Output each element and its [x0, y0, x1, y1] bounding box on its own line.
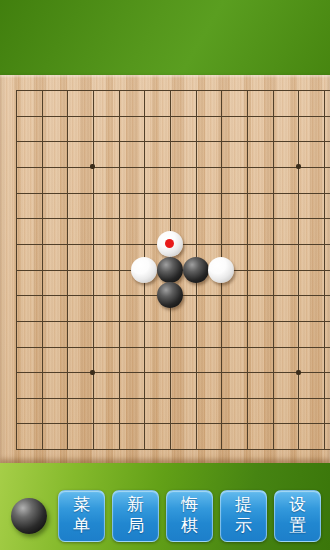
- menu-button-label: 菜单: [72, 495, 91, 536]
- grid-line: [16, 347, 330, 348]
- new-game-button-label: 新局: [126, 495, 145, 536]
- menu-button[interactable]: 菜单: [58, 490, 105, 542]
- grid-line: [16, 321, 330, 322]
- grid-line: [16, 141, 330, 142]
- grid-line: [16, 423, 330, 424]
- stone-white: [131, 257, 157, 283]
- last-move-marker: [165, 239, 174, 248]
- grid-line: [16, 218, 330, 219]
- star-point: [90, 370, 95, 375]
- new-game-button[interactable]: 新局: [112, 490, 159, 542]
- bottom-toolbar: 菜单 新局 悔棋 提示 设置: [0, 463, 330, 550]
- grid-line: [16, 116, 330, 117]
- hint-button-label: 提示: [234, 495, 253, 536]
- app-screen: 菜单 新局 悔棋 提示 设置: [0, 0, 330, 550]
- stone-black: [183, 257, 209, 283]
- grid-line: [247, 90, 248, 449]
- hint-button[interactable]: 提示: [220, 490, 267, 542]
- toolbar-buttons: 菜单 新局 悔棋 提示 设置: [58, 490, 321, 542]
- grid-line: [273, 90, 274, 449]
- star-point: [296, 370, 301, 375]
- star-point: [296, 164, 301, 169]
- top-background: [0, 0, 330, 75]
- stone-black: [157, 257, 183, 283]
- grid-line: [16, 372, 330, 373]
- grid-line: [16, 90, 330, 91]
- grid-line: [16, 449, 330, 450]
- grid-line: [324, 90, 325, 449]
- gomoku-board[interactable]: [0, 75, 330, 463]
- undo-button-label: 悔棋: [180, 495, 199, 536]
- grid-line: [16, 167, 330, 168]
- grid-line: [16, 193, 330, 194]
- grid-line: [298, 90, 299, 449]
- undo-button[interactable]: 悔棋: [166, 490, 213, 542]
- stone-white: [157, 231, 183, 257]
- star-point: [90, 164, 95, 169]
- grid-line: [16, 398, 330, 399]
- turn-indicator-stone: [11, 498, 47, 534]
- stone-black: [157, 282, 183, 308]
- stone-white: [208, 257, 234, 283]
- settings-button[interactable]: 设置: [274, 490, 321, 542]
- settings-button-label: 设置: [288, 495, 307, 536]
